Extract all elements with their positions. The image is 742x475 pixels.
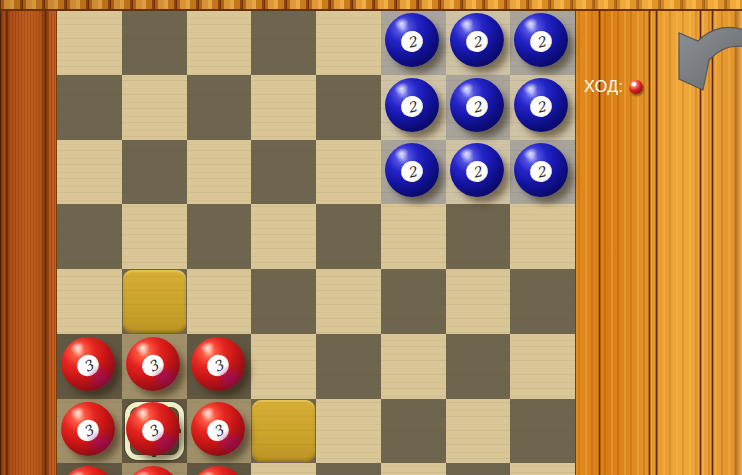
square-r5c6[interactable] <box>381 269 446 334</box>
square-r1c7[interactable]: 2 <box>446 10 511 75</box>
wood-seam <box>655 0 658 475</box>
square-r2c6[interactable]: 2 <box>381 75 446 140</box>
square-r2c2[interactable] <box>122 75 187 140</box>
square-r2c8[interactable]: 2 <box>510 75 575 140</box>
game-board: 222222222333333333 <box>57 10 575 475</box>
square-r7c1[interactable]: 3 <box>57 399 122 464</box>
ball-number: 3 <box>73 416 102 445</box>
square-r4c8[interactable] <box>510 204 575 269</box>
ball-blue[interactable]: 2 <box>450 143 504 197</box>
square-r8c1[interactable]: 3 <box>57 463 122 475</box>
square-r5c2[interactable] <box>122 269 187 334</box>
square-r6c1[interactable]: 3 <box>57 334 122 399</box>
square-r6c2[interactable]: 3 <box>122 334 187 399</box>
square-r1c8[interactable]: 2 <box>510 10 575 75</box>
square-r8c4[interactable] <box>251 463 316 475</box>
square-r8c7[interactable] <box>446 463 511 475</box>
square-r8c8[interactable] <box>510 463 575 475</box>
ball-red[interactable]: 3 <box>61 337 115 391</box>
move-highlight[interactable] <box>252 400 315 463</box>
square-r3c5[interactable] <box>316 140 381 205</box>
ball-red[interactable]: 3 <box>191 466 245 475</box>
square-r7c8[interactable] <box>510 399 575 464</box>
square-r5c8[interactable] <box>510 269 575 334</box>
ball-number: 2 <box>399 93 425 119</box>
ball-red[interactable]: 3 <box>126 337 180 391</box>
wood-seam <box>648 0 651 475</box>
ball-blue[interactable]: 2 <box>450 78 504 132</box>
square-r5c1[interactable] <box>57 269 122 334</box>
ball-number: 3 <box>203 351 232 380</box>
ball-red[interactable]: 3 <box>191 337 245 391</box>
top-molding <box>0 0 742 11</box>
square-r5c7[interactable] <box>446 269 511 334</box>
square-r2c4[interactable] <box>251 75 316 140</box>
square-r4c3[interactable] <box>187 204 252 269</box>
left-wood-panel <box>0 0 57 475</box>
ball-blue[interactable]: 2 <box>385 13 439 67</box>
square-r7c5[interactable] <box>316 399 381 464</box>
ball-blue[interactable]: 2 <box>385 143 439 197</box>
turn-indicator: ХОД: <box>584 78 643 96</box>
square-r4c2[interactable] <box>122 204 187 269</box>
square-r5c5[interactable] <box>316 269 381 334</box>
square-r2c5[interactable] <box>316 75 381 140</box>
square-r6c5[interactable] <box>316 334 381 399</box>
turn-red-ball-icon <box>629 80 643 94</box>
square-r2c1[interactable] <box>57 75 122 140</box>
square-r1c5[interactable] <box>316 10 381 75</box>
square-r1c2[interactable] <box>122 10 187 75</box>
ball-blue[interactable]: 2 <box>514 13 568 67</box>
square-r1c1[interactable] <box>57 10 122 75</box>
square-r8c2[interactable]: 3 <box>122 463 187 475</box>
square-r2c7[interactable]: 2 <box>446 75 511 140</box>
square-r3c3[interactable] <box>187 140 252 205</box>
ball-blue[interactable]: 2 <box>514 143 568 197</box>
undo-arrow-icon <box>679 27 742 90</box>
ball-number: 3 <box>138 416 167 445</box>
square-r3c1[interactable] <box>57 140 122 205</box>
move-highlight[interactable] <box>123 270 186 333</box>
square-r4c4[interactable] <box>251 204 316 269</box>
square-r4c6[interactable] <box>381 204 446 269</box>
square-r6c4[interactable] <box>251 334 316 399</box>
square-r3c7[interactable]: 2 <box>446 140 511 205</box>
square-r4c1[interactable] <box>57 204 122 269</box>
ball-number: 3 <box>203 416 232 445</box>
ball-number: 2 <box>528 158 554 184</box>
square-r7c4[interactable] <box>251 399 316 464</box>
square-r5c3[interactable] <box>187 269 252 334</box>
ball-number: 2 <box>528 29 554 55</box>
square-r6c3[interactable]: 3 <box>187 334 252 399</box>
square-r2c3[interactable] <box>187 75 252 140</box>
square-r1c6[interactable]: 2 <box>381 10 446 75</box>
ball-number: 2 <box>399 29 425 55</box>
square-r6c7[interactable] <box>446 334 511 399</box>
square-r3c8[interactable]: 2 <box>510 140 575 205</box>
square-r7c3[interactable]: 3 <box>187 399 252 464</box>
square-r3c6[interactable]: 2 <box>381 140 446 205</box>
ball-red[interactable]: 3 <box>126 466 180 475</box>
square-r8c6[interactable] <box>381 463 446 475</box>
wood-seam <box>598 0 601 475</box>
square-r4c5[interactable] <box>316 204 381 269</box>
undo-arrow-button[interactable] <box>676 24 742 96</box>
square-r7c7[interactable] <box>446 399 511 464</box>
ball-blue[interactable]: 2 <box>385 78 439 132</box>
ball-number: 2 <box>463 29 489 55</box>
square-r5c4[interactable] <box>251 269 316 334</box>
square-r7c6[interactable] <box>381 399 446 464</box>
square-r6c6[interactable] <box>381 334 446 399</box>
square-r8c3[interactable]: 3 <box>187 463 252 475</box>
square-r1c3[interactable] <box>187 10 252 75</box>
turn-label: ХОД: <box>584 78 624 96</box>
ball-red[interactable]: 3 <box>61 402 115 456</box>
square-r4c7[interactable] <box>446 204 511 269</box>
square-r6c8[interactable] <box>510 334 575 399</box>
square-r1c4[interactable] <box>251 10 316 75</box>
app-window: 222222222333333333 ХОД: <box>0 0 742 475</box>
ball-number: 2 <box>399 158 425 184</box>
ball-red[interactable]: 3 <box>126 402 180 456</box>
ball-number: 3 <box>73 351 102 380</box>
ball-red[interactable]: 3 <box>191 402 245 456</box>
square-r7c2[interactable]: 3 <box>122 399 187 464</box>
ball-red[interactable]: 3 <box>61 466 115 475</box>
ball-number: 2 <box>528 93 554 119</box>
ball-blue[interactable]: 2 <box>450 13 504 67</box>
square-r3c2[interactable] <box>122 140 187 205</box>
ball-number: 2 <box>463 93 489 119</box>
square-r8c5[interactable] <box>316 463 381 475</box>
ball-number: 3 <box>138 351 167 380</box>
ball-number: 2 <box>463 158 489 184</box>
ball-blue[interactable]: 2 <box>514 78 568 132</box>
square-r3c4[interactable] <box>251 140 316 205</box>
